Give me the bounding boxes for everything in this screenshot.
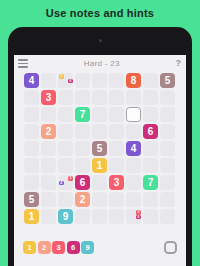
- cell-r9c6[interactable]: [109, 209, 124, 224]
- board: 41685372654134637521936: [24, 73, 175, 224]
- cell-r5c9[interactable]: [160, 141, 175, 156]
- cell-r5c6[interactable]: [109, 141, 124, 156]
- cell-r7c3-notes[interactable]: 34: [58, 175, 73, 190]
- cell-r5c4[interactable]: [75, 141, 90, 156]
- cell-r2c3[interactable]: [58, 90, 73, 105]
- cell-r1c4[interactable]: [75, 73, 90, 88]
- cell-r9c2[interactable]: [41, 209, 56, 224]
- cell-r7c2[interactable]: [41, 175, 56, 190]
- cell-r3c6[interactable]: [109, 107, 124, 122]
- cell-r6c6[interactable]: [109, 158, 124, 173]
- cell-r1c3-notes[interactable]: 16: [58, 73, 73, 88]
- cell-r6c9[interactable]: [160, 158, 175, 173]
- cell-r8c8[interactable]: [143, 192, 158, 207]
- cell-r7c4-digit-6[interactable]: 6: [75, 175, 90, 190]
- cell-r1c1-digit-4[interactable]: 4: [24, 73, 39, 88]
- note-digit-1: 1: [59, 74, 64, 79]
- cell-r3c1[interactable]: [24, 107, 39, 122]
- tablet-frame: Hard - 23 ? 41685372654134637521936 1236…: [8, 27, 192, 266]
- number-bar: 12369: [23, 241, 94, 254]
- app-header: Hard - 23 ?: [14, 55, 186, 71]
- cell-r2c6[interactable]: [109, 90, 124, 105]
- note-digit-3: 3: [136, 210, 141, 215]
- cell-r6c7[interactable]: [126, 158, 141, 173]
- cell-r1c2[interactable]: [41, 73, 56, 88]
- cell-r7c1[interactable]: [24, 175, 39, 190]
- cell-r9c1-digit-1[interactable]: 1: [24, 209, 39, 224]
- cell-r5c2[interactable]: [41, 141, 56, 156]
- hamburger-menu-icon[interactable]: [18, 58, 28, 68]
- eraser-button[interactable]: [164, 241, 177, 254]
- cell-r5c3[interactable]: [58, 141, 73, 156]
- cell-r8c9[interactable]: [160, 192, 175, 207]
- cell-r2c2-digit-3[interactable]: 3: [41, 90, 56, 105]
- note-digit-6: 6: [136, 215, 141, 220]
- cell-r5c5-digit-5[interactable]: 5: [92, 141, 107, 156]
- cell-r8c5[interactable]: [92, 192, 107, 207]
- cell-r5c8[interactable]: [143, 141, 158, 156]
- cell-r4c4[interactable]: [75, 124, 90, 139]
- numpad-digit-1[interactable]: 1: [23, 241, 36, 254]
- cell-r2c5[interactable]: [92, 90, 107, 105]
- note-digit-6: 6: [68, 79, 73, 84]
- cell-r3c8[interactable]: [143, 107, 158, 122]
- cell-r6c1[interactable]: [24, 158, 39, 173]
- cell-r3c4-digit-7[interactable]: 7: [75, 107, 90, 122]
- cell-r8c2[interactable]: [41, 192, 56, 207]
- numpad-digit-6[interactable]: 6: [67, 241, 80, 254]
- cell-r8c6[interactable]: [109, 192, 124, 207]
- cell-r9c4[interactable]: [75, 209, 90, 224]
- cell-r1c5[interactable]: [92, 73, 107, 88]
- cell-r2c4[interactable]: [75, 90, 90, 105]
- marketing-caption: Use notes and hints: [0, 7, 200, 19]
- cell-r4c5[interactable]: [92, 124, 107, 139]
- cell-r2c1[interactable]: [24, 90, 39, 105]
- cell-r4c1[interactable]: [24, 124, 39, 139]
- cell-r4c6[interactable]: [109, 124, 124, 139]
- cell-r1c7-digit-8[interactable]: 8: [126, 73, 141, 88]
- cell-r4c2-digit-2[interactable]: 2: [41, 124, 56, 139]
- cell-r4c3[interactable]: [58, 124, 73, 139]
- front-camera-icon: [99, 39, 102, 42]
- cell-r7c8-digit-7[interactable]: 7: [143, 175, 158, 190]
- cell-r8c7[interactable]: [126, 192, 141, 207]
- app-screen: Hard - 23 ? 41685372654134637521936 1236…: [14, 55, 186, 266]
- cell-r4c7[interactable]: [126, 124, 141, 139]
- cell-r7c6-digit-3[interactable]: 3: [109, 175, 124, 190]
- cell-r3c9[interactable]: [160, 107, 175, 122]
- cell-r9c3-digit-9[interactable]: 9: [58, 209, 73, 224]
- cell-r2c7[interactable]: [126, 90, 141, 105]
- cell-r9c5[interactable]: [92, 209, 107, 224]
- cell-r8c1-digit-5[interactable]: 5: [24, 192, 39, 207]
- cell-r4c9[interactable]: [160, 124, 175, 139]
- cell-r3c3[interactable]: [58, 107, 73, 122]
- cell-r5c7-digit-4[interactable]: 4: [126, 141, 141, 156]
- cell-r6c2[interactable]: [41, 158, 56, 173]
- note-digit-3: 3: [68, 176, 73, 181]
- cell-r9c9[interactable]: [160, 209, 175, 224]
- cell-r1c6[interactable]: [109, 73, 124, 88]
- cell-r7c7[interactable]: [126, 175, 141, 190]
- cell-r6c8[interactable]: [143, 158, 158, 173]
- cell-r4c8-digit-6[interactable]: 6: [143, 124, 158, 139]
- numpad-digit-2[interactable]: 2: [38, 241, 51, 254]
- cell-r2c9[interactable]: [160, 90, 175, 105]
- cell-r7c5[interactable]: [92, 175, 107, 190]
- cell-r5c1[interactable]: [24, 141, 39, 156]
- cell-r1c8[interactable]: [143, 73, 158, 88]
- cell-r2c8[interactable]: [143, 90, 158, 105]
- numpad-digit-3[interactable]: 3: [52, 241, 65, 254]
- cell-r3c7-selected[interactable]: [126, 107, 141, 122]
- cell-r3c2[interactable]: [41, 107, 56, 122]
- cell-r8c4-digit-2[interactable]: 2: [75, 192, 90, 207]
- cell-r6c3[interactable]: [58, 158, 73, 173]
- help-icon[interactable]: ?: [176, 58, 182, 68]
- cell-r9c8[interactable]: [143, 209, 158, 224]
- cell-r3c5[interactable]: [92, 107, 107, 122]
- cell-r9c7-notes[interactable]: 36: [126, 209, 141, 224]
- note-digit-4: 4: [59, 181, 64, 186]
- cell-r1c9-digit-5[interactable]: 5: [160, 73, 175, 88]
- cell-r8c3[interactable]: [58, 192, 73, 207]
- numpad-digit-9[interactable]: 9: [81, 241, 94, 254]
- cell-r7c9[interactable]: [160, 175, 175, 190]
- cell-r6c4[interactable]: [75, 158, 90, 173]
- cell-r6c5-digit-1[interactable]: 1: [92, 158, 107, 173]
- difficulty-title: Hard - 23: [84, 59, 120, 68]
